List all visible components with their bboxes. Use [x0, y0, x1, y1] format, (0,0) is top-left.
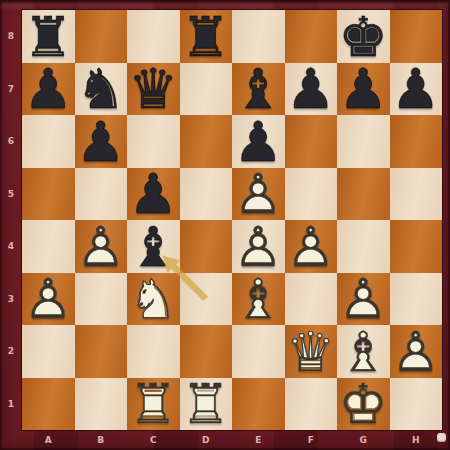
piece-glyph: ♟: [285, 64, 338, 117]
square-g4[interactable]: [337, 220, 390, 273]
white-rook: ♜♖: [180, 378, 233, 431]
square-b1[interactable]: [75, 378, 128, 431]
white-pawn: ♟♙: [285, 220, 338, 273]
square-c2[interactable]: [127, 325, 180, 378]
piece-glyph: ♛: [127, 64, 180, 117]
square-g7[interactable]: ♟: [337, 63, 390, 116]
file-label-a: A: [22, 430, 75, 450]
white-pawn: ♟♙: [75, 220, 128, 273]
square-a4[interactable]: [22, 220, 75, 273]
rank-label-5: 5: [0, 168, 22, 221]
rank-label-4: 4: [0, 220, 22, 273]
piece-outline-glyph: ♙: [22, 274, 75, 327]
square-a1[interactable]: [22, 378, 75, 431]
piece-outline-glyph: ♕: [285, 326, 338, 379]
square-f5[interactable]: [285, 168, 338, 221]
square-f3[interactable]: [285, 273, 338, 326]
square-f7[interactable]: ♟: [285, 63, 338, 116]
black-pawn: ♟: [75, 115, 128, 168]
square-c8[interactable]: [127, 10, 180, 63]
square-e6[interactable]: ♟: [232, 115, 285, 168]
piece-glyph: ♟: [232, 116, 285, 169]
square-a7[interactable]: ♟: [22, 63, 75, 116]
square-f4[interactable]: ♟♙: [285, 220, 338, 273]
rank-label-8: 8: [0, 10, 22, 63]
square-a2[interactable]: [22, 325, 75, 378]
black-queen: ♛: [127, 63, 180, 116]
black-pawn: ♟: [22, 63, 75, 116]
black-knight: ♞: [75, 63, 128, 116]
black-pawn: ♟: [390, 63, 443, 116]
square-b5[interactable]: [75, 168, 128, 221]
square-e7[interactable]: ♝: [232, 63, 285, 116]
square-b2[interactable]: [75, 325, 128, 378]
square-e2[interactable]: [232, 325, 285, 378]
square-a8[interactable]: ♜: [22, 10, 75, 63]
square-d6[interactable]: [180, 115, 233, 168]
white-pawn: ♟♙: [390, 325, 443, 378]
rank-label-7: 7: [0, 63, 22, 116]
square-h2[interactable]: ♟♙: [390, 325, 443, 378]
square-a5[interactable]: [22, 168, 75, 221]
black-rook: ♜: [22, 10, 75, 63]
piece-outline-glyph: ♗: [337, 326, 390, 379]
square-g2[interactable]: ♝♗: [337, 325, 390, 378]
square-g5[interactable]: [337, 168, 390, 221]
square-c7[interactable]: ♛: [127, 63, 180, 116]
chess-board-frame: 87654321 ABCDEFGH ♜♜♚♟♞♛♝♟♟♟♟♟♟♟♙♟♙♝♟♙♟♙…: [0, 0, 450, 450]
piece-outline-glyph: ♙: [232, 169, 285, 222]
black-king: ♚: [337, 10, 390, 63]
square-d4[interactable]: [180, 220, 233, 273]
piece-outline-glyph: ♔: [337, 379, 390, 432]
piece-outline-glyph: ♙: [390, 326, 443, 379]
square-d2[interactable]: [180, 325, 233, 378]
file-label-f: F: [285, 430, 338, 450]
square-e5[interactable]: ♟♙: [232, 168, 285, 221]
piece-outline-glyph: ♙: [337, 274, 390, 327]
square-b4[interactable]: ♟♙: [75, 220, 128, 273]
piece-glyph: ♜: [22, 11, 75, 64]
rank-labels: 87654321: [0, 10, 22, 430]
piece-glyph: ♝: [232, 64, 285, 117]
black-bishop: ♝: [127, 220, 180, 273]
white-queen: ♛♕: [285, 325, 338, 378]
square-e3[interactable]: ♝♗: [232, 273, 285, 326]
square-c1[interactable]: ♜♖: [127, 378, 180, 431]
rank-label-2: 2: [0, 325, 22, 378]
black-bishop: ♝: [232, 63, 285, 116]
rank-label-3: 3: [0, 273, 22, 326]
file-label-e: E: [232, 430, 285, 450]
piece-glyph: ♟: [127, 169, 180, 222]
rank-label-6: 6: [0, 115, 22, 168]
square-a3[interactable]: ♟♙: [22, 273, 75, 326]
square-d8[interactable]: ♜: [180, 10, 233, 63]
square-e8[interactable]: [232, 10, 285, 63]
white-knight: ♞♘: [127, 273, 180, 326]
square-g8[interactable]: ♚: [337, 10, 390, 63]
board-menu-dot[interactable]: [437, 433, 446, 442]
white-pawn: ♟♙: [232, 168, 285, 221]
piece-outline-glyph: ♙: [232, 221, 285, 274]
square-h6[interactable]: [390, 115, 443, 168]
piece-outline-glyph: ♙: [75, 221, 128, 274]
white-rook: ♜♖: [127, 378, 180, 431]
square-d7[interactable]: [180, 63, 233, 116]
file-label-h: H: [390, 430, 443, 450]
white-bishop: ♝♗: [232, 273, 285, 326]
white-pawn: ♟♙: [22, 273, 75, 326]
piece-glyph: ♟: [22, 64, 75, 117]
piece-glyph: ♜: [180, 11, 233, 64]
square-b7[interactable]: ♞: [75, 63, 128, 116]
square-g1[interactable]: ♚♔: [337, 378, 390, 431]
square-f6[interactable]: [285, 115, 338, 168]
square-a6[interactable]: [22, 115, 75, 168]
square-f1[interactable]: [285, 378, 338, 431]
piece-glyph: ♟: [337, 64, 390, 117]
square-h4[interactable]: [390, 220, 443, 273]
black-pawn: ♟: [232, 115, 285, 168]
square-f8[interactable]: [285, 10, 338, 63]
black-pawn: ♟: [127, 168, 180, 221]
piece-glyph: ♚: [337, 11, 390, 64]
piece-glyph: ♞: [75, 64, 128, 117]
square-d1[interactable]: ♜♖: [180, 378, 233, 431]
square-d3[interactable]: [180, 273, 233, 326]
square-c6[interactable]: [127, 115, 180, 168]
white-pawn: ♟♙: [337, 273, 390, 326]
piece-glyph: ♟: [75, 116, 128, 169]
square-c3[interactable]: ♞♘: [127, 273, 180, 326]
square-b3[interactable]: [75, 273, 128, 326]
black-pawn: ♟: [337, 63, 390, 116]
square-h3[interactable]: [390, 273, 443, 326]
piece-outline-glyph: ♘: [127, 274, 180, 327]
square-c4[interactable]: ♝: [127, 220, 180, 273]
piece-glyph: ♝: [127, 221, 180, 274]
square-g6[interactable]: [337, 115, 390, 168]
piece-glyph: ♟: [390, 64, 443, 117]
square-h8[interactable]: [390, 10, 443, 63]
rank-label-1: 1: [0, 378, 22, 431]
black-rook: ♜: [180, 10, 233, 63]
white-pawn: ♟♙: [232, 220, 285, 273]
board: ♜♜♚♟♞♛♝♟♟♟♟♟♟♟♙♟♙♝♟♙♟♙♟♙♞♘♝♗♟♙♛♕♝♗♟♙♜♖♜♖…: [22, 10, 442, 430]
square-h7[interactable]: ♟: [390, 63, 443, 116]
square-e4[interactable]: ♟♙: [232, 220, 285, 273]
square-b8[interactable]: [75, 10, 128, 63]
square-b6[interactable]: ♟: [75, 115, 128, 168]
white-bishop: ♝♗: [337, 325, 390, 378]
piece-outline-glyph: ♙: [285, 221, 338, 274]
square-h5[interactable]: [390, 168, 443, 221]
square-c5[interactable]: ♟: [127, 168, 180, 221]
square-f2[interactable]: ♛♕: [285, 325, 338, 378]
square-h1[interactable]: [390, 378, 443, 431]
square-d5[interactable]: [180, 168, 233, 221]
piece-outline-glyph: ♖: [127, 379, 180, 432]
square-g3[interactable]: ♟♙: [337, 273, 390, 326]
piece-outline-glyph: ♗: [232, 274, 285, 327]
square-e1[interactable]: [232, 378, 285, 431]
piece-outline-glyph: ♖: [180, 379, 233, 432]
white-king: ♚♔: [337, 378, 390, 431]
file-label-b: B: [75, 430, 128, 450]
black-pawn: ♟: [285, 63, 338, 116]
